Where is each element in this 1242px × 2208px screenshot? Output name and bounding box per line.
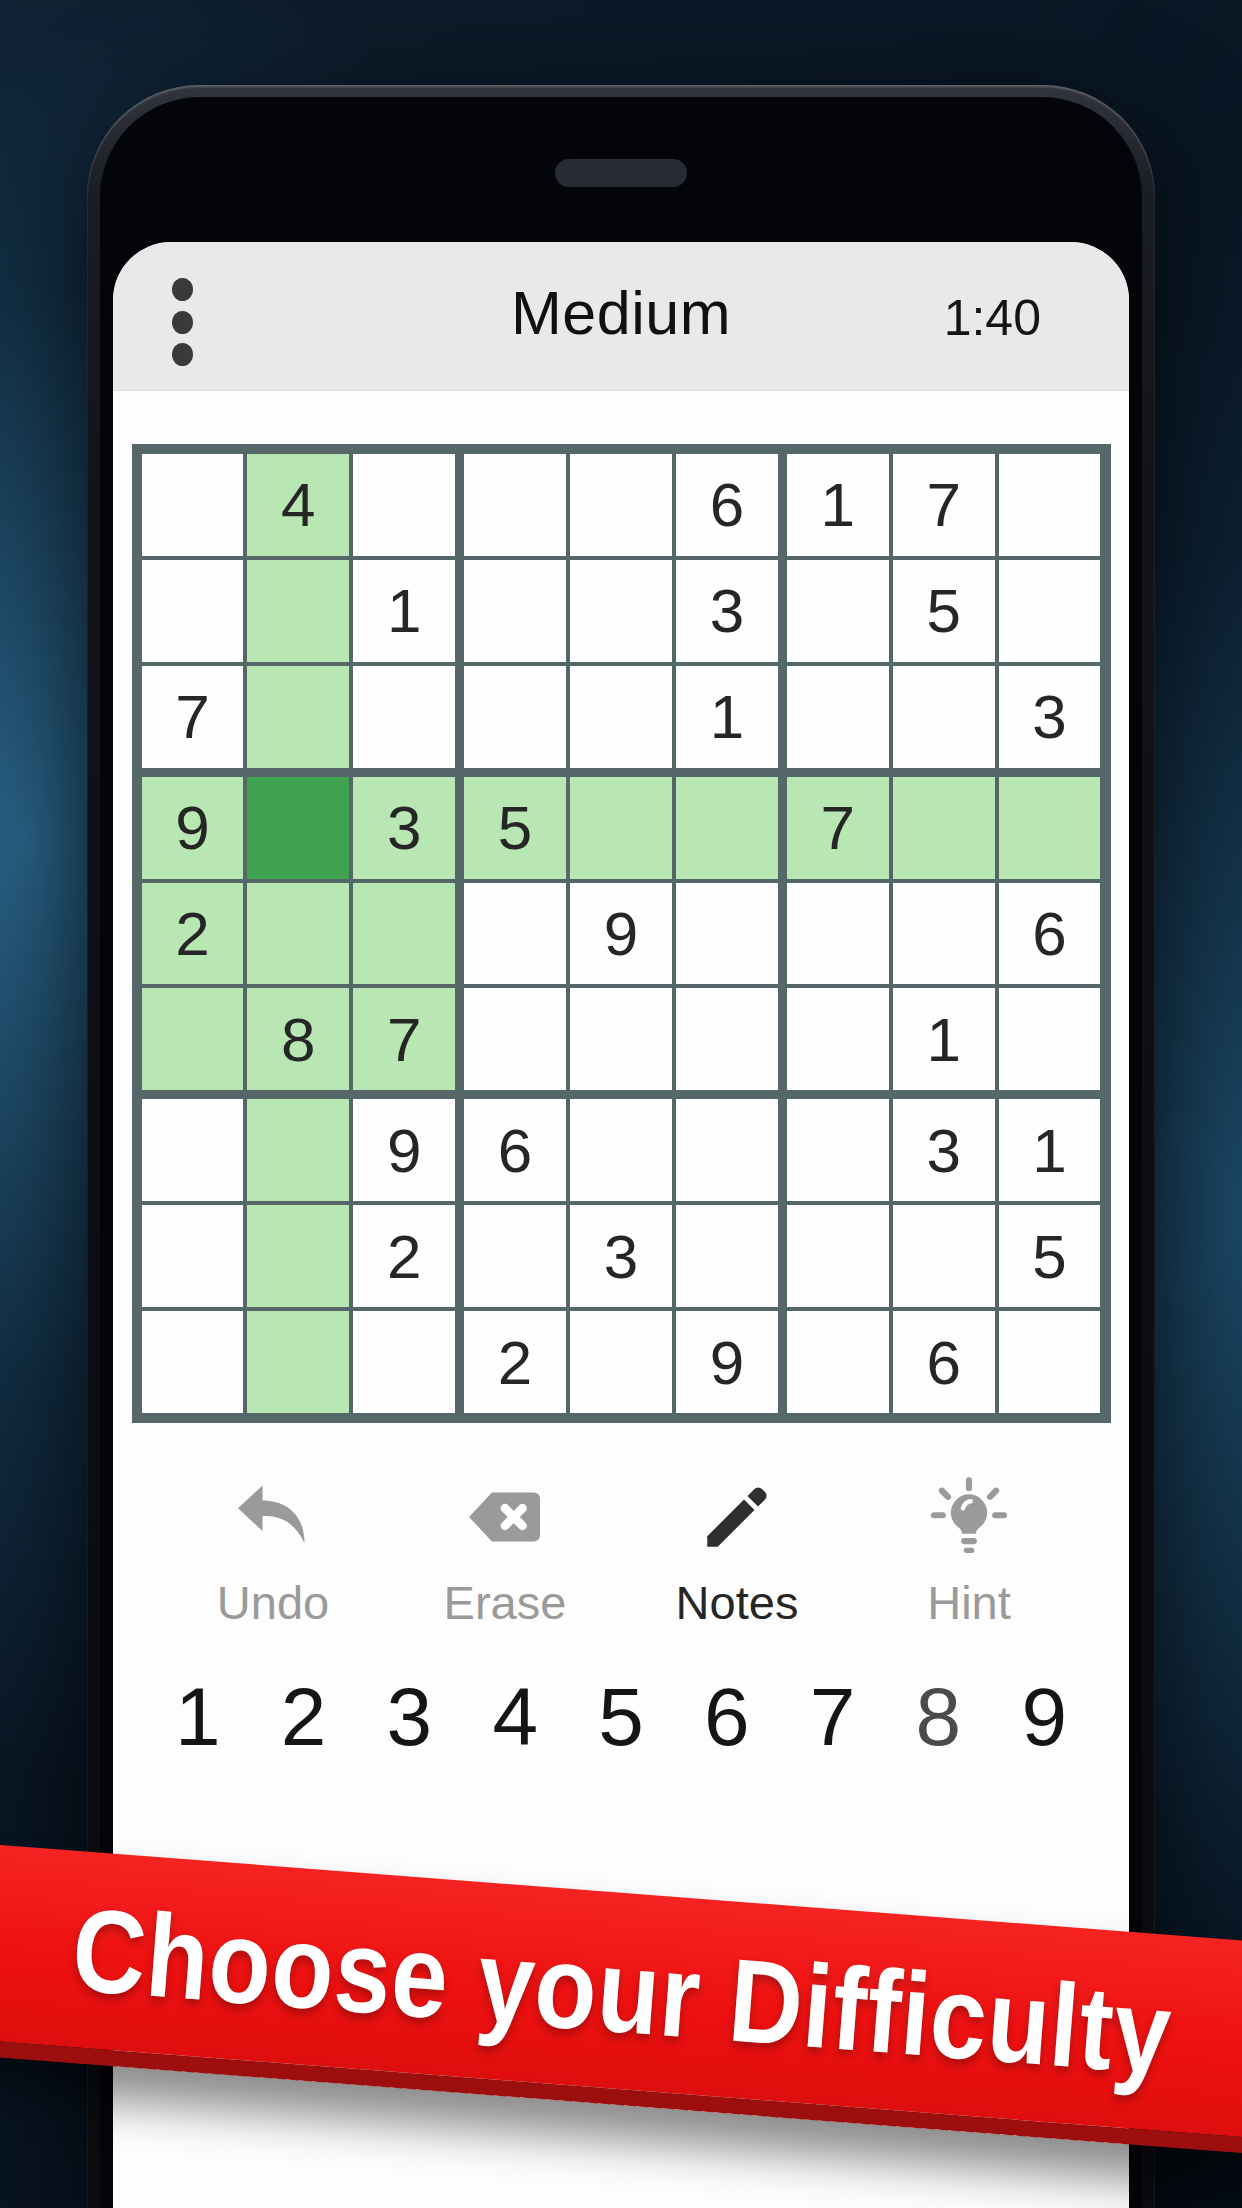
- numpad-6[interactable]: 6: [704, 1676, 750, 1758]
- cell-r5c4[interactable]: [464, 883, 566, 985]
- cell-r7c3[interactable]: 9: [353, 1099, 455, 1201]
- speaker-grille: [555, 159, 687, 187]
- cell-r1c9[interactable]: [999, 454, 1101, 556]
- numpad-7[interactable]: 7: [810, 1676, 856, 1758]
- cell-r2c4[interactable]: [464, 560, 566, 662]
- box-1-3: 1753: [787, 454, 1101, 768]
- cell-r9c1[interactable]: [142, 1311, 244, 1413]
- cell-r5c3[interactable]: [353, 883, 455, 985]
- cell-r6c3[interactable]: 7: [353, 988, 455, 1090]
- notes-button[interactable]: Notes: [637, 1475, 837, 1630]
- undo-icon: [231, 1475, 315, 1559]
- toolbar: Undo Erase Notes: [173, 1475, 1069, 1630]
- cell-r3c4[interactable]: [464, 666, 566, 768]
- cell-r9c3[interactable]: [353, 1311, 455, 1413]
- cell-r2c1[interactable]: [142, 560, 244, 662]
- cell-r2c5[interactable]: [570, 560, 672, 662]
- erase-button[interactable]: Erase: [405, 1475, 605, 1630]
- numpad-1[interactable]: 1: [175, 1676, 221, 1758]
- cell-r3c1[interactable]: 7: [142, 666, 244, 768]
- box-3-2: 6329: [464, 1099, 778, 1413]
- cell-r9c6[interactable]: 9: [676, 1311, 778, 1413]
- cell-r3c6[interactable]: 1: [676, 666, 778, 768]
- cell-r3c5[interactable]: [570, 666, 672, 768]
- cell-r5c9[interactable]: 6: [999, 883, 1101, 985]
- cell-r3c7[interactable]: [787, 666, 889, 768]
- cell-r7c8[interactable]: 3: [893, 1099, 995, 1201]
- erase-icon: [463, 1475, 547, 1559]
- box-2-3: 761: [787, 777, 1101, 1091]
- cell-r6c4[interactable]: [464, 988, 566, 1090]
- cell-r6c6[interactable]: [676, 988, 778, 1090]
- cell-r7c4[interactable]: 6: [464, 1099, 566, 1201]
- cell-r9c9[interactable]: [999, 1311, 1101, 1413]
- cell-r3c2[interactable]: [247, 666, 349, 768]
- cell-r1c7[interactable]: 1: [787, 454, 889, 556]
- cell-r1c6[interactable]: 6: [676, 454, 778, 556]
- hint-label: Hint: [927, 1575, 1011, 1630]
- numpad-4[interactable]: 4: [492, 1676, 538, 1758]
- cell-r9c7[interactable]: [787, 1311, 889, 1413]
- box-1-1: 417: [142, 454, 456, 768]
- cell-r8c3[interactable]: 2: [353, 1205, 455, 1307]
- cell-r4c8[interactable]: [893, 777, 995, 879]
- numpad-2[interactable]: 2: [281, 1676, 327, 1758]
- cell-r2c8[interactable]: 5: [893, 560, 995, 662]
- cell-r4c6[interactable]: [676, 777, 778, 879]
- cell-r6c9[interactable]: [999, 988, 1101, 1090]
- cell-r3c8[interactable]: [893, 666, 995, 768]
- undo-label: Undo: [217, 1575, 329, 1630]
- page-title: Medium: [511, 278, 731, 348]
- cell-r6c1[interactable]: [142, 988, 244, 1090]
- numpad-8[interactable]: 8: [916, 1676, 962, 1758]
- cell-r8c6[interactable]: [676, 1205, 778, 1307]
- game-timer: 1:40: [944, 289, 1041, 347]
- cell-r8c2[interactable]: [247, 1205, 349, 1307]
- cell-r8c4[interactable]: [464, 1205, 566, 1307]
- cell-r4c2[interactable]: [247, 777, 349, 879]
- cell-r2c7[interactable]: [787, 560, 889, 662]
- cell-r8c5[interactable]: 3: [570, 1205, 672, 1307]
- cell-r2c9[interactable]: [999, 560, 1101, 662]
- app-header: Medium 1:40: [113, 242, 1129, 391]
- kebab-menu-icon[interactable]: [167, 278, 197, 366]
- cell-r4c7[interactable]: 7: [787, 777, 889, 879]
- cell-r5c1[interactable]: 2: [142, 883, 244, 985]
- box-1-2: 631: [464, 454, 778, 768]
- cell-r1c2[interactable]: 4: [247, 454, 349, 556]
- cell-r7c7[interactable]: [787, 1099, 889, 1201]
- numpad-3[interactable]: 3: [387, 1676, 433, 1758]
- box-3-1: 92: [142, 1099, 456, 1413]
- cell-r4c3[interactable]: 3: [353, 777, 455, 879]
- cell-r7c6[interactable]: [676, 1099, 778, 1201]
- cell-r2c3[interactable]: 1: [353, 560, 455, 662]
- cell-r6c8[interactable]: 1: [893, 988, 995, 1090]
- cell-r1c4[interactable]: [464, 454, 566, 556]
- erase-label: Erase: [444, 1575, 567, 1630]
- hint-button[interactable]: Hint: [869, 1475, 1069, 1630]
- cell-r1c3[interactable]: [353, 454, 455, 556]
- cell-r4c1[interactable]: 9: [142, 777, 244, 879]
- cell-r8c7[interactable]: [787, 1205, 889, 1307]
- cell-r7c5[interactable]: [570, 1099, 672, 1201]
- cell-r6c7[interactable]: [787, 988, 889, 1090]
- sudoku-board: 417631175393287597619263293156: [132, 444, 1111, 1423]
- cell-r8c9[interactable]: 5: [999, 1205, 1101, 1307]
- cell-r9c2[interactable]: [247, 1311, 349, 1413]
- box-3-3: 3156: [787, 1099, 1101, 1413]
- cell-r2c2[interactable]: [247, 560, 349, 662]
- cell-r9c4[interactable]: 2: [464, 1311, 566, 1413]
- number-pad: 1 2 3 4 5 6 7 8 9: [175, 1676, 1067, 1758]
- cell-r5c8[interactable]: [893, 883, 995, 985]
- cell-r3c3[interactable]: [353, 666, 455, 768]
- notes-label: Notes: [676, 1575, 799, 1630]
- cell-r1c5[interactable]: [570, 454, 672, 556]
- cell-r5c6[interactable]: [676, 883, 778, 985]
- cell-r1c8[interactable]: 7: [893, 454, 995, 556]
- cell-r7c2[interactable]: [247, 1099, 349, 1201]
- cell-r5c5[interactable]: 9: [570, 883, 672, 985]
- cell-r5c2[interactable]: [247, 883, 349, 985]
- cell-r8c8[interactable]: [893, 1205, 995, 1307]
- cell-r2c6[interactable]: 3: [676, 560, 778, 662]
- promo-screenshot: Medium 1:40 4176311753932875976192632931…: [0, 0, 1242, 2208]
- cell-r6c2[interactable]: 8: [247, 988, 349, 1090]
- cell-r8c1[interactable]: [142, 1205, 244, 1307]
- cell-r1c1[interactable]: [142, 454, 244, 556]
- cell-r4c5[interactable]: [570, 777, 672, 879]
- cell-r7c1[interactable]: [142, 1099, 244, 1201]
- notes-icon: [695, 1475, 779, 1559]
- undo-button[interactable]: Undo: [173, 1475, 373, 1630]
- cell-r3c9[interactable]: 3: [999, 666, 1101, 768]
- cell-r5c7[interactable]: [787, 883, 889, 985]
- numpad-5[interactable]: 5: [598, 1676, 644, 1758]
- numpad-9[interactable]: 9: [1021, 1676, 1067, 1758]
- cell-r6c5[interactable]: [570, 988, 672, 1090]
- box-2-1: 93287: [142, 777, 456, 1091]
- cell-r7c9[interactable]: 1: [999, 1099, 1101, 1201]
- box-2-2: 59: [464, 777, 778, 1091]
- cell-r4c4[interactable]: 5: [464, 777, 566, 879]
- hint-icon: [927, 1475, 1011, 1559]
- cell-r9c5[interactable]: [570, 1311, 672, 1413]
- cell-r4c9[interactable]: [999, 777, 1101, 879]
- cell-r9c8[interactable]: 6: [893, 1311, 995, 1413]
